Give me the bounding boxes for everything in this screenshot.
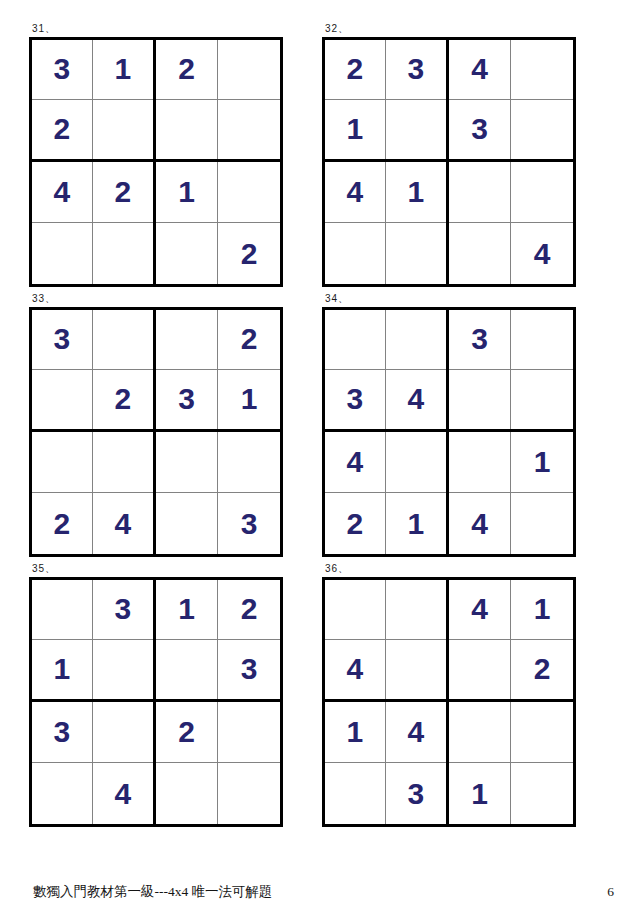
puzzle-35-cell-r2c3 [156,640,218,700]
puzzle-36-cell-r3c3 [449,702,511,763]
puzzle-36-box-3: 143 [325,702,449,824]
puzzle-33-cell-r3c4 [218,432,280,493]
puzzle-35-cell-r4c1 [32,763,93,824]
puzzle-32-box-1: 231 [325,40,449,162]
puzzle-36-cell-r4c3: 1 [449,763,511,824]
puzzle-35-cell-r1c2: 3 [93,580,154,640]
puzzle-32-cell-r2c4 [511,100,573,160]
puzzle-32-cell-r3c4 [511,162,573,223]
puzzle-31-cell-r2c3 [156,100,218,160]
puzzle-32-cell-r4c4: 4 [511,223,573,284]
puzzle-32-cell-r1c4 [511,40,573,100]
puzzle-33-cell-r4c4: 3 [218,493,280,554]
puzzle-31-cell-r3c2: 2 [93,162,154,223]
puzzle-36-box-2: 412 [449,580,573,702]
puzzle-35-cell-r1c3: 1 [156,580,218,640]
puzzle-33-board: 32231243 [29,307,283,557]
puzzle-33-label: 33、 [32,292,283,305]
puzzle-31-box-2: 2 [156,40,280,162]
puzzle-34-cell-r3c2 [386,432,447,493]
puzzle-31-cell-r2c1: 2 [32,100,93,160]
puzzle-32-cell-r4c2 [386,223,447,284]
puzzle-33: 33、 32231243 [29,292,283,557]
puzzle-31-cell-r3c3: 1 [156,162,218,223]
puzzle-31-cell-r1c4 [218,40,280,100]
puzzle-31-cell-r3c4 [218,162,280,223]
puzzle-31-label: 31、 [32,22,283,35]
puzzle-36-cell-r1c1 [325,580,386,640]
puzzle-31-box-1: 312 [32,40,156,162]
page-footer: 數獨入門教材第一級---4x4 唯一法可解題 6 [33,883,614,901]
puzzle-33-cell-r4c3 [156,493,218,554]
puzzle-sheet-page: 31、 31224212 32、 23143414 33、 32231243 3… [0,0,640,905]
puzzle-34-cell-r4c4 [511,493,573,554]
puzzle-33-box-3: 24 [32,432,156,554]
puzzle-34-box-3: 421 [325,432,449,554]
puzzle-35-cell-r4c3 [156,763,218,824]
puzzle-32-cell-r2c2 [386,100,447,160]
puzzle-33-box-4: 3 [156,432,280,554]
puzzle-34-cell-r2c3 [449,370,511,430]
puzzle-33-cell-r3c3 [156,432,218,493]
puzzle-31-cell-r4c3 [156,223,218,284]
puzzle-36: 36、 44121431 [322,562,576,827]
puzzle-34-cell-r1c4 [511,310,573,370]
puzzle-31-cell-r1c1: 3 [32,40,93,100]
puzzle-32-label: 32、 [325,22,576,35]
puzzle-34-cell-r2c4 [511,370,573,430]
puzzle-33-cell-r1c1: 3 [32,310,93,370]
puzzle-32-cell-r3c3 [449,162,511,223]
puzzle-34-cell-r4c2: 1 [386,493,447,554]
puzzle-35-cell-r1c4: 2 [218,580,280,640]
puzzle-36-cell-r2c3 [449,640,511,700]
puzzle-35-box-4: 2 [156,702,280,824]
puzzle-32-cell-r2c3: 3 [449,100,511,160]
puzzle-36-box-1: 4 [325,580,449,702]
puzzle-33-cell-r2c2: 2 [93,370,154,430]
puzzle-grid-area: 31、 31224212 32、 23143414 33、 32231243 3… [29,22,576,827]
puzzle-32-cell-r2c1: 1 [325,100,386,160]
puzzle-36-cell-r1c2 [386,580,447,640]
puzzle-31-board: 31224212 [29,37,283,287]
puzzle-31-cell-r1c3: 2 [156,40,218,100]
puzzle-33-cell-r2c4: 1 [218,370,280,430]
puzzle-36-cell-r3c4 [511,702,573,763]
puzzle-32-box-4: 4 [449,162,573,284]
puzzle-35-cell-r4c2: 4 [93,763,154,824]
puzzle-36-cell-r2c2 [386,640,447,700]
puzzle-34-cell-r3c1: 4 [325,432,386,493]
puzzle-33-box-1: 32 [32,310,156,432]
puzzle-36-box-4: 1 [449,702,573,824]
puzzle-31-cell-r2c4 [218,100,280,160]
puzzle-34-cell-r3c3 [449,432,511,493]
puzzle-36-cell-r3c1: 1 [325,702,386,763]
puzzle-31-box-4: 12 [156,162,280,284]
puzzle-32-cell-r4c3 [449,223,511,284]
puzzle-34-box-1: 34 [325,310,449,432]
page-number: 6 [607,884,614,900]
puzzle-34-board: 34342114 [322,307,576,557]
puzzle-33-cell-r1c2 [93,310,154,370]
puzzle-33-cell-r2c1 [32,370,93,430]
puzzle-34-cell-r1c2 [386,310,447,370]
puzzle-35-label: 35、 [32,562,283,575]
puzzle-36-cell-r1c4: 1 [511,580,573,640]
puzzle-35: 35、 31123342 [29,562,283,827]
puzzle-35-cell-r2c4: 3 [218,640,280,700]
puzzle-36-cell-r2c1: 4 [325,640,386,700]
puzzle-31-cell-r4c2 [93,223,154,284]
puzzle-34-cell-r1c3: 3 [449,310,511,370]
puzzle-35-cell-r1c1 [32,580,93,640]
puzzle-32-cell-r3c1: 4 [325,162,386,223]
puzzle-31-cell-r3c1: 4 [32,162,93,223]
puzzle-34-cell-r4c1: 2 [325,493,386,554]
puzzle-33-cell-r4c1: 2 [32,493,93,554]
puzzle-33-cell-r3c2 [93,432,154,493]
puzzle-32-box-2: 43 [449,40,573,162]
puzzle-34-box-4: 14 [449,432,573,554]
puzzle-33-cell-r3c1 [32,432,93,493]
puzzle-31: 31、 31224212 [29,22,283,287]
puzzle-36-cell-r2c4: 2 [511,640,573,700]
puzzle-35-box-1: 31 [32,580,156,702]
puzzle-34-label: 34、 [325,292,576,305]
puzzle-31-cell-r4c1 [32,223,93,284]
puzzle-35-box-2: 123 [156,580,280,702]
puzzle-35-cell-r2c2 [93,640,154,700]
puzzle-35-cell-r2c1: 1 [32,640,93,700]
puzzle-34-cell-r4c3: 4 [449,493,511,554]
puzzle-32-board: 23143414 [322,37,576,287]
puzzle-35-cell-r3c2 [93,702,154,763]
puzzle-35-cell-r3c3: 2 [156,702,218,763]
puzzle-36-cell-r4c2: 3 [386,763,447,824]
footer-title: 數獨入門教材第一級---4x4 唯一法可解題 [33,883,273,901]
puzzle-34-cell-r1c1 [325,310,386,370]
puzzle-35-cell-r3c4 [218,702,280,763]
puzzle-35-board: 31123342 [29,577,283,827]
puzzle-34-cell-r2c2: 4 [386,370,447,430]
puzzle-33-cell-r1c4: 2 [218,310,280,370]
puzzle-34-cell-r3c4: 1 [511,432,573,493]
puzzle-36-label: 36、 [325,562,576,575]
puzzle-35-cell-r3c1: 3 [32,702,93,763]
puzzle-32: 32、 23143414 [322,22,576,287]
puzzle-34-cell-r2c1: 3 [325,370,386,430]
puzzle-32-cell-r1c1: 2 [325,40,386,100]
puzzle-32-cell-r4c1 [325,223,386,284]
puzzle-35-cell-r4c4 [218,763,280,824]
puzzle-31-box-3: 42 [32,162,156,284]
puzzle-36-cell-r4c4 [511,763,573,824]
puzzle-34: 34、 34342114 [322,292,576,557]
puzzle-31-cell-r2c2 [93,100,154,160]
puzzle-31-cell-r1c2: 1 [93,40,154,100]
puzzle-36-cell-r1c3: 4 [449,580,511,640]
puzzle-33-cell-r4c2: 4 [93,493,154,554]
puzzle-33-box-2: 231 [156,310,280,432]
puzzle-32-cell-r1c3: 4 [449,40,511,100]
puzzle-36-board: 44121431 [322,577,576,827]
puzzle-36-cell-r3c2: 4 [386,702,447,763]
puzzle-36-cell-r4c1 [325,763,386,824]
puzzle-33-cell-r2c3: 3 [156,370,218,430]
puzzle-34-box-2: 3 [449,310,573,432]
puzzle-32-cell-r3c2: 1 [386,162,447,223]
puzzle-35-box-3: 34 [32,702,156,824]
puzzle-33-cell-r1c3 [156,310,218,370]
puzzle-32-box-3: 41 [325,162,449,284]
puzzle-32-cell-r1c2: 3 [386,40,447,100]
puzzle-31-cell-r4c4: 2 [218,223,280,284]
